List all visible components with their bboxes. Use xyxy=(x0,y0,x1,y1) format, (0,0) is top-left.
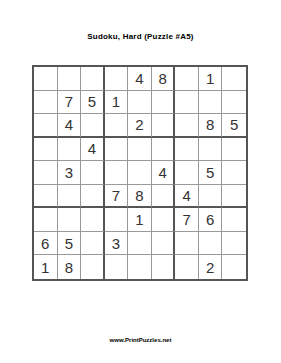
cell-r6c4: 7 xyxy=(105,185,129,209)
cell-r9c6 xyxy=(152,255,176,279)
cell-r5c2: 3 xyxy=(58,161,82,185)
cell-r7c1 xyxy=(34,208,58,232)
cell-r1c8: 1 xyxy=(199,67,223,91)
cell-r2c8 xyxy=(199,91,223,115)
cell-r7c9 xyxy=(222,208,246,232)
cell-r8c8 xyxy=(199,232,223,256)
puzzle-title: Sudoku, Hard (Puzzle #A5) xyxy=(0,32,281,41)
cell-r1c4 xyxy=(105,67,129,91)
cell-r5c6: 4 xyxy=(152,161,176,185)
cell-r7c7: 7 xyxy=(175,208,199,232)
cell-r6c1 xyxy=(34,185,58,209)
cell-r5c1 xyxy=(34,161,58,185)
cell-r2c7 xyxy=(175,91,199,115)
cell-r9c1: 1 xyxy=(34,255,58,279)
cell-r9c2: 8 xyxy=(58,255,82,279)
cell-r8c7 xyxy=(175,232,199,256)
cell-r4c9 xyxy=(222,138,246,162)
cell-r6c3 xyxy=(81,185,105,209)
cell-r1c3 xyxy=(81,67,105,91)
cell-r5c5 xyxy=(128,161,152,185)
cell-r5c9 xyxy=(222,161,246,185)
cell-r4c5 xyxy=(128,138,152,162)
cell-r2c9 xyxy=(222,91,246,115)
cell-r4c6 xyxy=(152,138,176,162)
cell-r6c5: 8 xyxy=(128,185,152,209)
cell-r8c6 xyxy=(152,232,176,256)
cell-r4c2 xyxy=(58,138,82,162)
cell-r9c4 xyxy=(105,255,129,279)
cell-r9c8: 2 xyxy=(199,255,223,279)
cell-r9c9 xyxy=(222,255,246,279)
cell-r8c5 xyxy=(128,232,152,256)
cell-r4c3: 4 xyxy=(81,138,105,162)
cell-r8c4: 3 xyxy=(105,232,129,256)
cell-r2c4: 1 xyxy=(105,91,129,115)
cell-r9c5 xyxy=(128,255,152,279)
cell-r7c5: 1 xyxy=(128,208,152,232)
cell-r1c1 xyxy=(34,67,58,91)
cell-r1c6: 8 xyxy=(152,67,176,91)
cell-r3c3 xyxy=(81,114,105,138)
cell-r4c7 xyxy=(175,138,199,162)
cell-r9c7 xyxy=(175,255,199,279)
cell-r7c2 xyxy=(58,208,82,232)
cell-r7c8: 6 xyxy=(199,208,223,232)
cell-r5c3 xyxy=(81,161,105,185)
cell-r2c1 xyxy=(34,91,58,115)
cell-r2c2: 7 xyxy=(58,91,82,115)
cell-r6c2 xyxy=(58,185,82,209)
cell-r3c7 xyxy=(175,114,199,138)
cell-r4c1 xyxy=(34,138,58,162)
cell-r6c7: 4 xyxy=(175,185,199,209)
cell-r1c9 xyxy=(222,67,246,91)
cell-r2c5 xyxy=(128,91,152,115)
cell-r3c2: 4 xyxy=(58,114,82,138)
cell-r5c7 xyxy=(175,161,199,185)
cell-r8c1: 6 xyxy=(34,232,58,256)
cell-r2c6 xyxy=(152,91,176,115)
cell-r7c6 xyxy=(152,208,176,232)
cell-r8c2: 5 xyxy=(58,232,82,256)
cell-r2c3: 5 xyxy=(81,91,105,115)
cell-r9c3 xyxy=(81,255,105,279)
cell-r3c8: 8 xyxy=(199,114,223,138)
cell-r6c9 xyxy=(222,185,246,209)
cell-r4c8 xyxy=(199,138,223,162)
puzzle-page: Sudoku, Hard (Puzzle #A5) 48175142854345… xyxy=(0,0,281,363)
cell-r3c4 xyxy=(105,114,129,138)
cell-r5c4 xyxy=(105,161,129,185)
cell-r8c9 xyxy=(222,232,246,256)
footer-url: www.PrintPuzzles.net xyxy=(0,337,281,343)
cell-r5c8: 5 xyxy=(199,161,223,185)
cell-r3c1 xyxy=(34,114,58,138)
cell-r1c7 xyxy=(175,67,199,91)
cell-r1c5: 4 xyxy=(128,67,152,91)
cell-r3c5: 2 xyxy=(128,114,152,138)
sudoku-board: 48175142854345784176653182 xyxy=(32,65,248,281)
cell-r6c8 xyxy=(199,185,223,209)
cell-r6c6 xyxy=(152,185,176,209)
cell-r3c9: 5 xyxy=(222,114,246,138)
cell-r7c3 xyxy=(81,208,105,232)
cell-r1c2 xyxy=(58,67,82,91)
cell-r8c3 xyxy=(81,232,105,256)
cell-r3c6 xyxy=(152,114,176,138)
cell-r7c4 xyxy=(105,208,129,232)
cell-r4c4 xyxy=(105,138,129,162)
